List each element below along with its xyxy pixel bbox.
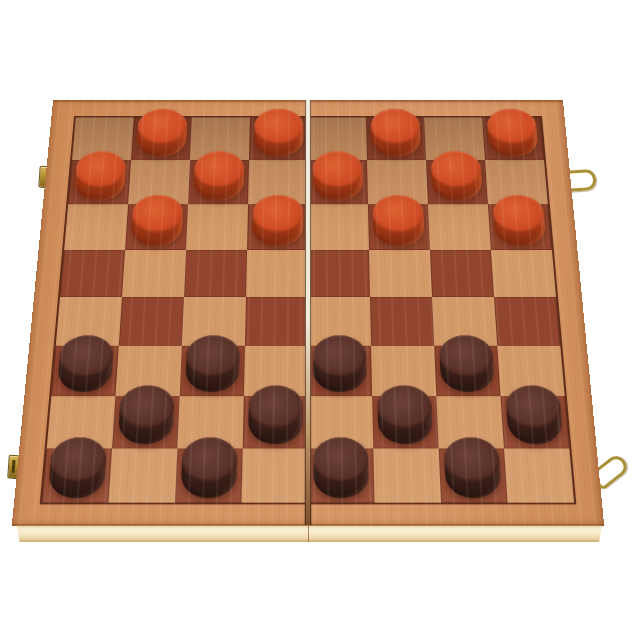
square-r1c4[interactable]	[249, 117, 308, 160]
brown-piece[interactable]	[377, 385, 433, 444]
square-r2c3[interactable]	[188, 160, 249, 204]
square-r4c3[interactable]	[184, 250, 247, 297]
square-r3c3[interactable]	[186, 204, 248, 250]
brown-piece[interactable]	[118, 385, 175, 444]
red-piece[interactable]	[130, 195, 183, 246]
red-piece[interactable]	[73, 151, 127, 201]
square-r8c1[interactable]	[42, 448, 112, 502]
checkers-board-photo	[0, 0, 640, 640]
red-piece[interactable]	[430, 151, 482, 201]
box-edge-seam	[308, 525, 309, 542]
brown-piece[interactable]	[313, 437, 369, 498]
square-r4c2[interactable]	[122, 250, 186, 297]
square-r5c8[interactable]	[494, 297, 560, 346]
folding-checkers-board	[12, 100, 604, 526]
brown-piece[interactable]	[57, 335, 115, 392]
square-r5c2[interactable]	[119, 297, 184, 346]
square-r6c7[interactable]	[434, 346, 500, 396]
box-front-edge	[13, 525, 605, 542]
square-r3c7[interactable]	[428, 204, 491, 250]
brown-piece[interactable]	[313, 335, 367, 392]
square-r1c8[interactable]	[482, 117, 544, 160]
square-r2c5[interactable]	[308, 160, 368, 204]
square-r7c4[interactable]	[243, 396, 308, 448]
fold-seam	[305, 100, 311, 526]
red-piece[interactable]	[254, 109, 304, 157]
square-r1c2[interactable]	[131, 117, 192, 160]
square-r6c1[interactable]	[51, 346, 119, 396]
square-r2c1[interactable]	[68, 160, 131, 204]
brown-piece[interactable]	[181, 437, 238, 498]
red-piece[interactable]	[371, 109, 422, 157]
square-r4c8[interactable]	[491, 250, 556, 297]
square-r6c5[interactable]	[308, 346, 372, 396]
red-piece[interactable]	[193, 151, 244, 201]
red-piece[interactable]	[252, 195, 303, 246]
brown-piece[interactable]	[443, 437, 501, 498]
square-r7c6[interactable]	[372, 396, 438, 448]
red-piece[interactable]	[136, 109, 188, 157]
brown-piece[interactable]	[505, 385, 564, 444]
square-r1c6[interactable]	[366, 117, 426, 160]
square-r5c4[interactable]	[245, 297, 308, 346]
square-r3c8[interactable]	[488, 204, 552, 250]
red-piece[interactable]	[492, 195, 547, 246]
square-r8c2[interactable]	[108, 448, 177, 502]
brown-piece[interactable]	[248, 385, 303, 444]
square-r3c1[interactable]	[64, 204, 128, 250]
square-r8c6[interactable]	[373, 448, 441, 502]
square-r3c2[interactable]	[125, 204, 188, 250]
square-r2c7[interactable]	[426, 160, 488, 204]
square-r4c5[interactable]	[308, 250, 370, 297]
square-r8c5[interactable]	[308, 448, 375, 502]
red-piece[interactable]	[486, 109, 539, 157]
brown-piece[interactable]	[48, 437, 108, 498]
red-piece[interactable]	[373, 195, 425, 246]
square-r8c8[interactable]	[504, 448, 574, 502]
square-r8c7[interactable]	[439, 448, 508, 502]
board-frame	[12, 100, 604, 526]
square-r3c4[interactable]	[247, 204, 308, 250]
square-r5c6[interactable]	[370, 297, 434, 346]
square-r7c2[interactable]	[112, 396, 180, 448]
square-r8c3[interactable]	[175, 448, 243, 502]
square-r4c7[interactable]	[430, 250, 494, 297]
brown-piece[interactable]	[439, 335, 495, 392]
square-r3c6[interactable]	[368, 204, 430, 250]
square-r7c8[interactable]	[501, 396, 570, 448]
brown-piece[interactable]	[185, 335, 240, 392]
square-r4c1[interactable]	[60, 250, 125, 297]
square-r3c5[interactable]	[308, 204, 369, 250]
red-piece[interactable]	[313, 151, 363, 201]
square-r4c6[interactable]	[369, 250, 432, 297]
square-r8c4[interactable]	[241, 448, 308, 502]
square-r4c4[interactable]	[246, 250, 308, 297]
square-r6c3[interactable]	[180, 346, 245, 396]
